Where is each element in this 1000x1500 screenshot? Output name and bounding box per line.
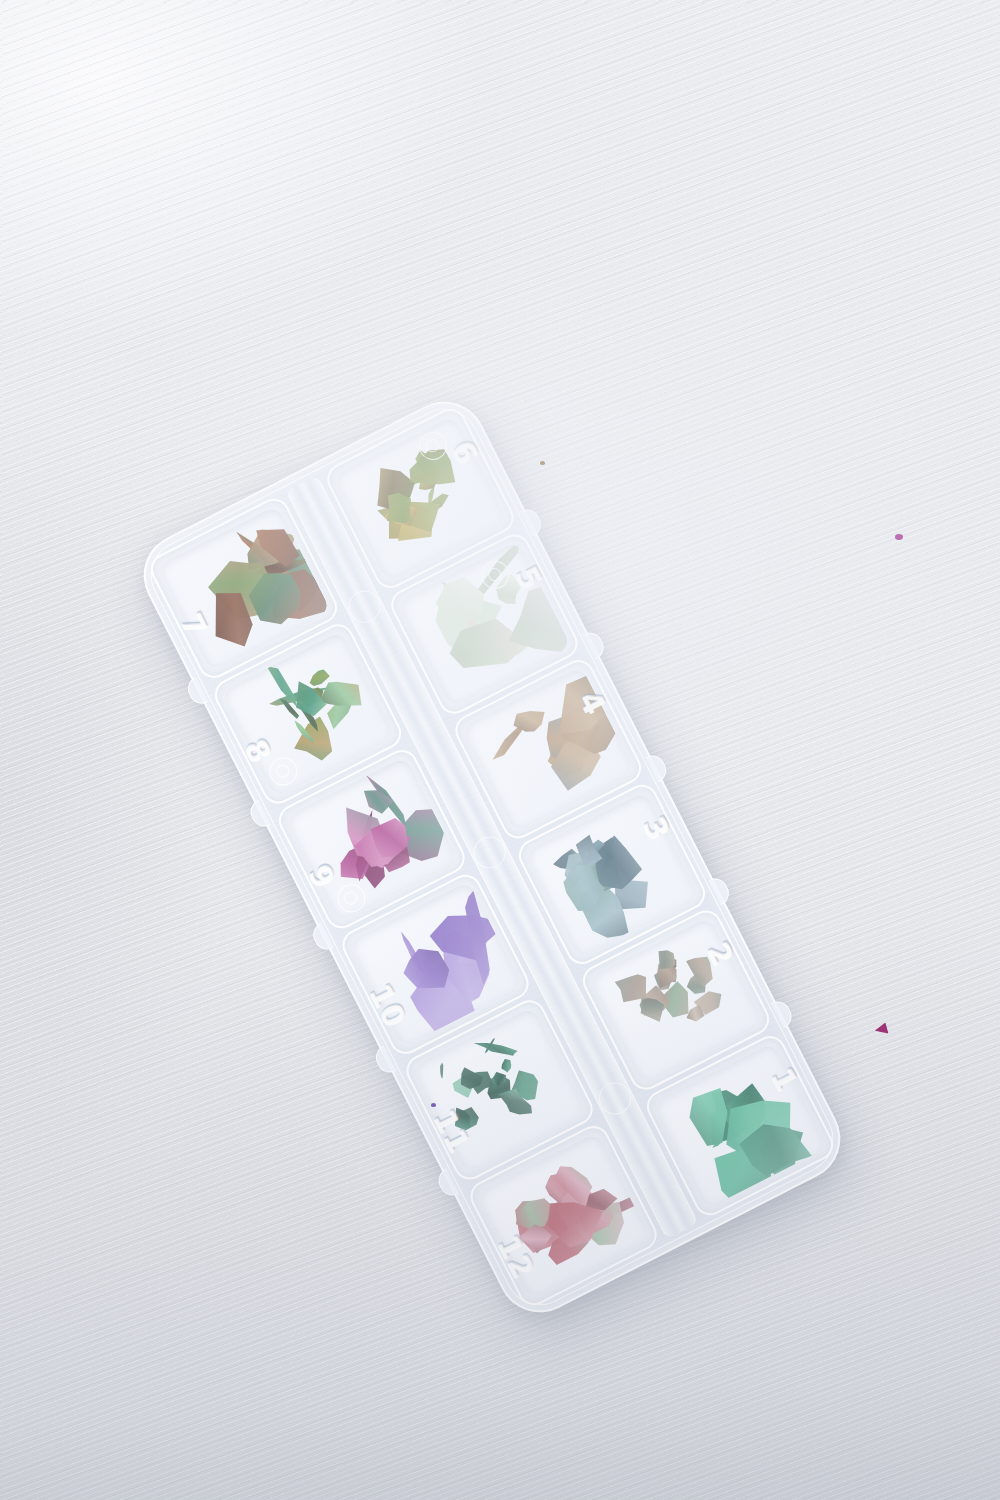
finger-tab: [309, 923, 334, 954]
stray-flake-speck: [540, 461, 545, 465]
finger-tab: [771, 997, 796, 1028]
finger-tab: [520, 505, 545, 536]
finger-tab: [708, 874, 733, 905]
organizer-box: 768594103112121: [129, 387, 854, 1327]
finger-tab: [646, 751, 671, 782]
finger-tab: [371, 1046, 396, 1077]
stray-flake-speck: [895, 534, 903, 540]
stray-flake-speck: [875, 1020, 892, 1035]
finger-tab: [583, 628, 608, 659]
shell-flake: [469, 1038, 526, 1059]
finger-tab: [183, 677, 208, 708]
photo-scene: 768594103112121: [0, 0, 1000, 1500]
finger-tab: [246, 800, 271, 831]
stray-flake-speck: [431, 1103, 436, 1107]
shell-flake: [440, 1057, 444, 1082]
finger-tab: [434, 1169, 459, 1200]
